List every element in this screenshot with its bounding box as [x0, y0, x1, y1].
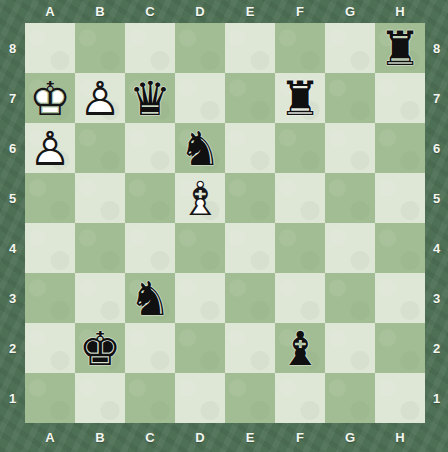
- square-a5[interactable]: [25, 173, 75, 223]
- square-b7[interactable]: ♟♙: [75, 73, 125, 123]
- rank-label-8-left: 8: [0, 23, 25, 73]
- square-g6[interactable]: [325, 123, 375, 173]
- square-b1[interactable]: [75, 373, 125, 423]
- square-c6[interactable]: [125, 123, 175, 173]
- rank-label-4-left: 4: [0, 223, 25, 273]
- square-g7[interactable]: [325, 73, 375, 123]
- piece-glyph: ♞: [125, 273, 175, 323]
- file-label-d-bottom: D: [175, 423, 225, 452]
- square-h3[interactable]: [375, 273, 425, 323]
- square-a3[interactable]: [25, 273, 75, 323]
- rank-label-7-left: 7: [0, 73, 25, 123]
- square-b4[interactable]: [75, 223, 125, 273]
- file-label-a-top: A: [25, 0, 75, 23]
- chess-board-app: ABCDEFGH8♜87♚♔♟♙♛♜76♟♙♞65♝♗5443♞32♚♝211A…: [0, 0, 448, 452]
- piece-outline-glyph: ♗: [175, 173, 225, 223]
- file-label-c-top: C: [125, 0, 175, 23]
- square-c1[interactable]: [125, 373, 175, 423]
- rank-label-1-left: 1: [0, 373, 25, 423]
- square-h5[interactable]: [375, 173, 425, 223]
- piece-glyph: ♞: [175, 123, 225, 173]
- frame-corner-top-right: [425, 0, 448, 23]
- square-h8[interactable]: ♜: [375, 23, 425, 73]
- piece-bK-b2[interactable]: ♚: [75, 323, 125, 373]
- square-f1[interactable]: [275, 373, 325, 423]
- square-c3[interactable]: ♞: [125, 273, 175, 323]
- square-d2[interactable]: [175, 323, 225, 373]
- piece-bN-c3[interactable]: ♞: [125, 273, 175, 323]
- square-e5[interactable]: [225, 173, 275, 223]
- square-b5[interactable]: [75, 173, 125, 223]
- rank-label-5-right: 5: [425, 173, 448, 223]
- square-a8[interactable]: [25, 23, 75, 73]
- square-d4[interactable]: [175, 223, 225, 273]
- square-d3[interactable]: [175, 273, 225, 323]
- square-f5[interactable]: [275, 173, 325, 223]
- square-d1[interactable]: [175, 373, 225, 423]
- rank-label-1-right: 1: [425, 373, 448, 423]
- piece-glyph: ♜: [375, 23, 425, 73]
- square-d5[interactable]: ♝♗: [175, 173, 225, 223]
- rank-label-7-right: 7: [425, 73, 448, 123]
- rank-label-2-left: 2: [0, 323, 25, 373]
- piece-outline-glyph: ♙: [25, 123, 75, 173]
- square-c8[interactable]: [125, 23, 175, 73]
- rank-label-6-right: 6: [425, 123, 448, 173]
- file-label-g-bottom: G: [325, 423, 375, 452]
- piece-bR-f7[interactable]: ♜: [275, 73, 325, 123]
- square-c2[interactable]: [125, 323, 175, 373]
- file-label-d-top: D: [175, 0, 225, 23]
- square-e6[interactable]: [225, 123, 275, 173]
- square-h7[interactable]: [375, 73, 425, 123]
- rank-label-6-left: 6: [0, 123, 25, 173]
- piece-bN-d6[interactable]: ♞: [175, 123, 225, 173]
- square-d8[interactable]: [175, 23, 225, 73]
- square-d7[interactable]: [175, 73, 225, 123]
- square-b3[interactable]: [75, 273, 125, 323]
- square-h2[interactable]: [375, 323, 425, 373]
- square-f3[interactable]: [275, 273, 325, 323]
- file-label-f-top: F: [275, 0, 325, 23]
- square-g4[interactable]: [325, 223, 375, 273]
- frame-corner-bottom-left: [0, 423, 25, 452]
- piece-bQ-c7[interactable]: ♛: [125, 73, 175, 123]
- piece-outline-glyph: ♙: [75, 73, 125, 123]
- piece-wK-a7[interactable]: ♚♔: [25, 73, 75, 123]
- piece-outline-glyph: ♔: [25, 73, 75, 123]
- piece-wP-b7[interactable]: ♟♙: [75, 73, 125, 123]
- square-c5[interactable]: [125, 173, 175, 223]
- square-h1[interactable]: [375, 373, 425, 423]
- file-label-e-top: E: [225, 0, 275, 23]
- rank-label-3-right: 3: [425, 273, 448, 323]
- square-g3[interactable]: [325, 273, 375, 323]
- piece-glyph: ♜: [275, 73, 325, 123]
- file-label-c-bottom: C: [125, 423, 175, 452]
- rank-label-8-right: 8: [425, 23, 448, 73]
- square-d6[interactable]: ♞: [175, 123, 225, 173]
- square-g1[interactable]: [325, 373, 375, 423]
- square-e4[interactable]: [225, 223, 275, 273]
- square-a6[interactable]: ♟♙: [25, 123, 75, 173]
- square-a2[interactable]: [25, 323, 75, 373]
- square-c4[interactable]: [125, 223, 175, 273]
- square-g2[interactable]: [325, 323, 375, 373]
- file-label-a-bottom: A: [25, 423, 75, 452]
- file-label-f-bottom: F: [275, 423, 325, 452]
- square-a1[interactable]: [25, 373, 75, 423]
- piece-glyph: ♛: [125, 73, 175, 123]
- square-g8[interactable]: [325, 23, 375, 73]
- square-f6[interactable]: [275, 123, 325, 173]
- piece-wB-d5[interactable]: ♝♗: [175, 173, 225, 223]
- frame-corner-bottom-right: [425, 423, 448, 452]
- square-e3[interactable]: [225, 273, 275, 323]
- file-label-b-top: B: [75, 0, 125, 23]
- file-label-h-top: H: [375, 0, 425, 23]
- square-e7[interactable]: [225, 73, 275, 123]
- rank-label-5-left: 5: [0, 173, 25, 223]
- square-h6[interactable]: [375, 123, 425, 173]
- square-a7[interactable]: ♚♔: [25, 73, 75, 123]
- square-b6[interactable]: [75, 123, 125, 173]
- square-h4[interactable]: [375, 223, 425, 273]
- square-b8[interactable]: [75, 23, 125, 73]
- square-c7[interactable]: ♛: [125, 73, 175, 123]
- file-label-e-bottom: E: [225, 423, 275, 452]
- square-f8[interactable]: [275, 23, 325, 73]
- square-f2[interactable]: ♝: [275, 323, 325, 373]
- square-f4[interactable]: [275, 223, 325, 273]
- file-label-g-top: G: [325, 0, 375, 23]
- square-e2[interactable]: [225, 323, 275, 373]
- rank-label-2-right: 2: [425, 323, 448, 373]
- piece-wP-a6[interactable]: ♟♙: [25, 123, 75, 173]
- rank-label-3-left: 3: [0, 273, 25, 323]
- square-b2[interactable]: ♚: [75, 323, 125, 373]
- piece-bR-h8[interactable]: ♜: [375, 23, 425, 73]
- frame-corner-top-left: [0, 0, 25, 23]
- square-g5[interactable]: [325, 173, 375, 223]
- square-e8[interactable]: [225, 23, 275, 73]
- rank-label-4-right: 4: [425, 223, 448, 273]
- piece-bB-f2[interactable]: ♝: [275, 323, 325, 373]
- square-a4[interactable]: [25, 223, 75, 273]
- chess-board: ABCDEFGH8♜87♚♔♟♙♛♜76♟♙♞65♝♗5443♞32♚♝211A…: [0, 0, 448, 452]
- file-label-h-bottom: H: [375, 423, 425, 452]
- square-e1[interactable]: [225, 373, 275, 423]
- piece-glyph: ♝: [275, 323, 325, 373]
- piece-glyph: ♚: [75, 323, 125, 373]
- file-label-b-bottom: B: [75, 423, 125, 452]
- square-f7[interactable]: ♜: [275, 73, 325, 123]
